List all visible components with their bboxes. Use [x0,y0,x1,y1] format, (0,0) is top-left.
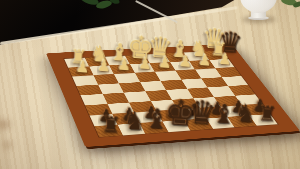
square-c2[interactable]: ♟ [170,61,196,71]
square-e2[interactable]: ♟ [130,63,155,73]
white-pawn-c2[interactable]: ♟ [178,54,192,70]
white-pawn-b2[interactable]: ♟ [198,53,212,69]
white-pawn-h2[interactable]: ♟ [76,59,91,76]
black-knight-b8[interactable]: ♞ [234,101,257,127]
black-knight-g8[interactable]: ♞ [123,108,146,134]
square-f5[interactable] [124,91,151,102]
square-g8[interactable]: ♞ [117,123,145,135]
square-a3[interactable] [215,67,241,77]
square-c4[interactable] [181,78,208,88]
board-squares: ♜♞♝♚♛♝♞♜♟♟♟♟♟♟♟♟♟♟♟♟♟♟♟♟♜♞♝♚♛♝♞♜ [64,50,278,137]
black-bishop-f8[interactable]: ♝ [145,104,170,132]
white-pawn-e2[interactable]: ♟ [138,56,152,72]
white-pawn-a2[interactable]: ♟ [218,51,232,67]
scene: ♜♞♝♚♛♝♞♜♟♟♟♟♟♟♟♟♟♟♟♟♟♟♟♟♜♞♝♚♛♝♞♜ ♛♛ [0,0,300,169]
white-pawn-g2[interactable]: ♟ [96,58,111,75]
square-h2[interactable]: ♟ [68,66,93,76]
white-pawn-f2[interactable]: ♟ [117,57,132,73]
square-h8[interactable]: ♜ [94,124,122,137]
square-g2[interactable]: ♟ [89,65,114,75]
black-rook-h8[interactable]: ♜ [101,113,121,136]
square-a5[interactable] [228,85,255,96]
black-rook-a8[interactable]: ♜ [257,103,277,125]
white-pawn-d2[interactable]: ♟ [158,55,172,71]
